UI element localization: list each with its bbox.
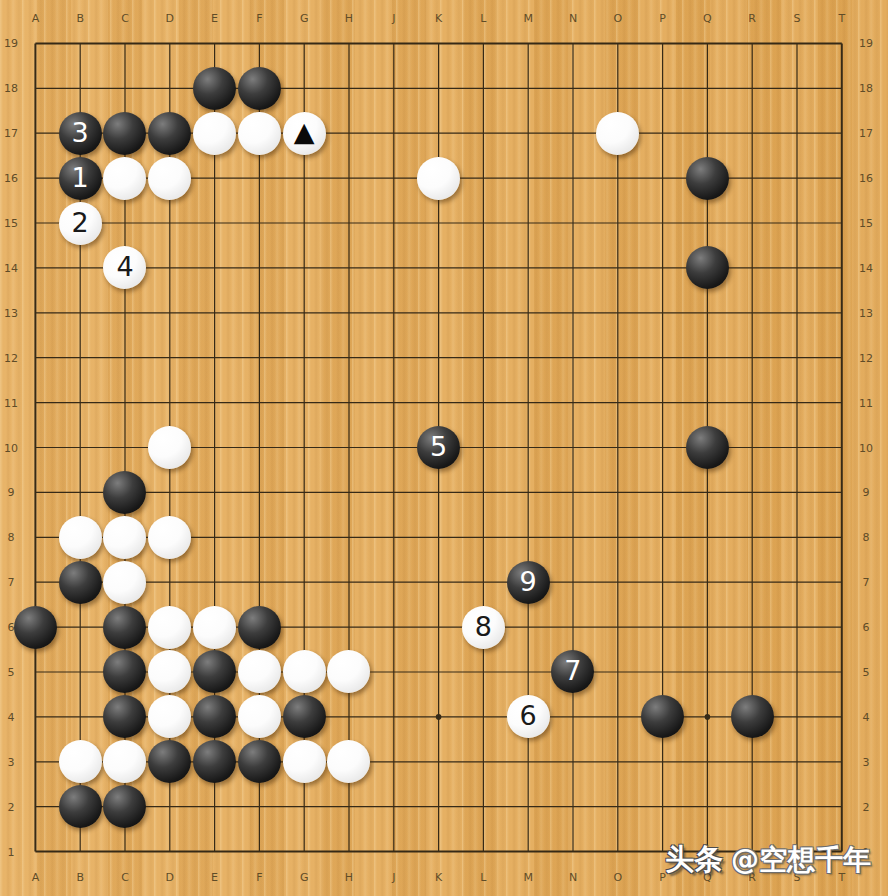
stone-white-c7 <box>103 561 146 604</box>
stone-white-h5 <box>327 650 370 693</box>
stone-black-c4 <box>103 695 146 738</box>
stone-white-d4 <box>148 695 191 738</box>
stone-white-l6: 8 <box>462 606 505 649</box>
stone-black-d17 <box>148 112 191 155</box>
stone-white-c3 <box>103 740 146 783</box>
move-number-label: 7 <box>564 657 581 684</box>
stone-black-c17 <box>103 112 146 155</box>
stone-black-e4 <box>193 695 236 738</box>
move-number-label: 2 <box>72 209 89 236</box>
move-number-label: 8 <box>475 613 492 640</box>
stone-black-e5 <box>193 650 236 693</box>
stone-white-f4 <box>238 695 281 738</box>
stone-white-f17 <box>238 112 281 155</box>
stone-black-c2 <box>103 785 146 828</box>
stone-black-n5: 7 <box>551 650 594 693</box>
stone-black-p4 <box>641 695 684 738</box>
stone-white-k16 <box>417 157 460 200</box>
stone-black-d3 <box>148 740 191 783</box>
stone-white-d10 <box>148 426 191 469</box>
move-number-label: 5 <box>430 433 447 460</box>
move-number-label: 3 <box>72 119 89 146</box>
stone-black-c9 <box>103 471 146 514</box>
stone-white-d16 <box>148 157 191 200</box>
stone-black-q10 <box>686 426 729 469</box>
stone-white-h3 <box>327 740 370 783</box>
stone-white-c16 <box>103 157 146 200</box>
stone-black-c6 <box>103 606 146 649</box>
stone-white-g17: ▲ <box>283 112 326 155</box>
stone-black-b16: 1 <box>59 157 102 200</box>
stone-white-e6 <box>193 606 236 649</box>
stone-white-o17 <box>596 112 639 155</box>
stone-black-r4 <box>731 695 774 738</box>
stone-white-f5 <box>238 650 281 693</box>
stone-black-f6 <box>238 606 281 649</box>
move-number-label: 9 <box>520 568 537 595</box>
watermark-brand: 头条 <box>665 842 723 876</box>
stone-white-b15: 2 <box>59 202 102 245</box>
stone-black-e18 <box>193 67 236 110</box>
stone-black-k10: 5 <box>417 426 460 469</box>
stone-black-m7: 9 <box>507 561 550 604</box>
stone-white-c8 <box>103 516 146 559</box>
go-diagram: 3▲12459876 AABBCCDDEEFFGGHHJJKKLLMMNNOOP… <box>0 0 888 896</box>
stone-black-a6 <box>14 606 57 649</box>
stone-black-b2 <box>59 785 102 828</box>
stone-white-d5 <box>148 650 191 693</box>
move-number-label: 4 <box>116 253 133 280</box>
stone-white-d8 <box>148 516 191 559</box>
stone-white-b8 <box>59 516 102 559</box>
stone-black-q14 <box>686 246 729 289</box>
stone-black-q16 <box>686 157 729 200</box>
watermark-account: @空想千年 <box>731 843 871 876</box>
stone-white-b3 <box>59 740 102 783</box>
stone-black-c5 <box>103 650 146 693</box>
stone-white-d6 <box>148 606 191 649</box>
stone-white-m4: 6 <box>507 695 550 738</box>
stone-white-c14: 4 <box>103 246 146 289</box>
triangle-mark-icon: ▲ <box>294 118 315 145</box>
stones-layer: 3▲12459876 <box>13 21 864 874</box>
move-number-label: 6 <box>520 702 537 729</box>
stone-black-b7 <box>59 561 102 604</box>
move-number-label: 1 <box>72 164 89 191</box>
watermark: 头条@空想千年 <box>665 840 871 880</box>
stone-black-b17: 3 <box>59 112 102 155</box>
stone-black-f18 <box>238 67 281 110</box>
stone-white-g5 <box>283 650 326 693</box>
stone-black-f3 <box>238 740 281 783</box>
stone-black-g4 <box>283 695 326 738</box>
stone-white-g3 <box>283 740 326 783</box>
stone-black-e3 <box>193 740 236 783</box>
stone-white-e17 <box>193 112 236 155</box>
